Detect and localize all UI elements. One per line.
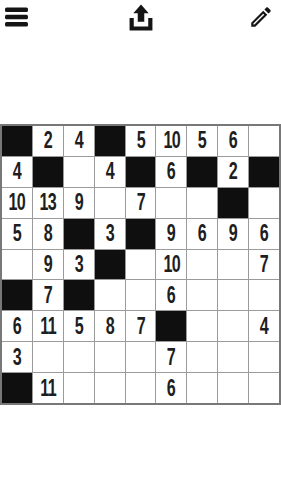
cell-r4c8[interactable]: 9 bbox=[218, 219, 248, 249]
clue-number: 10 bbox=[9, 191, 26, 214]
clue-number: 6 bbox=[167, 160, 175, 183]
share-upload-icon bbox=[127, 4, 155, 32]
clue-number: 6 bbox=[167, 377, 175, 400]
cell-r4c3[interactable] bbox=[64, 219, 94, 249]
kuromasu-board: 2451056446210139758396969310776611587437… bbox=[0, 124, 281, 405]
cell-r1c5[interactable]: 5 bbox=[126, 126, 156, 156]
cell-r8c9[interactable] bbox=[249, 342, 279, 372]
clue-number: 3 bbox=[105, 222, 113, 245]
clue-number: 7 bbox=[260, 253, 268, 276]
clue-number: 3 bbox=[13, 346, 21, 369]
clue-number: 7 bbox=[44, 284, 52, 307]
cell-r3c5[interactable]: 7 bbox=[126, 188, 156, 218]
cell-r6c7[interactable] bbox=[187, 280, 217, 310]
clue-number: 11 bbox=[40, 315, 56, 338]
cell-r7c5[interactable]: 7 bbox=[126, 311, 156, 341]
clue-number: 3 bbox=[75, 253, 83, 276]
cell-r9c9[interactable] bbox=[249, 373, 279, 403]
cell-r2c6[interactable]: 6 bbox=[156, 157, 186, 187]
cell-r3c2[interactable]: 13 bbox=[33, 188, 63, 218]
cell-r6c1[interactable] bbox=[2, 280, 32, 310]
cell-r4c1[interactable]: 5 bbox=[2, 219, 32, 249]
cell-r1c1[interactable] bbox=[2, 126, 32, 156]
cell-r5c9[interactable]: 7 bbox=[249, 250, 279, 280]
cell-r6c2[interactable]: 7 bbox=[33, 280, 63, 310]
cell-r7c8[interactable] bbox=[218, 311, 248, 341]
clue-number: 10 bbox=[163, 129, 180, 152]
cell-r8c2[interactable] bbox=[33, 342, 63, 372]
cell-r6c4[interactable] bbox=[95, 280, 125, 310]
cell-r2c2[interactable] bbox=[33, 157, 63, 187]
clue-number: 9 bbox=[167, 222, 175, 245]
clue-number: 5 bbox=[136, 129, 144, 152]
cell-r9c5[interactable] bbox=[126, 373, 156, 403]
cell-r2c9[interactable] bbox=[249, 157, 279, 187]
clue-number: 6 bbox=[260, 222, 268, 245]
clue-number: 5 bbox=[198, 129, 206, 152]
clue-number: 4 bbox=[105, 160, 113, 183]
pencil-icon bbox=[248, 3, 274, 31]
share-button[interactable] bbox=[127, 4, 155, 32]
clue-number: 4 bbox=[13, 160, 21, 183]
cell-r1c6[interactable]: 10 bbox=[156, 126, 186, 156]
cell-r7c7[interactable] bbox=[187, 311, 217, 341]
cell-r1c2[interactable]: 2 bbox=[33, 126, 63, 156]
cell-r8c4[interactable] bbox=[95, 342, 125, 372]
cell-r1c7[interactable]: 5 bbox=[187, 126, 217, 156]
cell-r5c3[interactable]: 3 bbox=[64, 250, 94, 280]
clue-number: 10 bbox=[163, 253, 180, 276]
cell-r3c4[interactable] bbox=[95, 188, 125, 218]
cell-r5c5[interactable] bbox=[126, 250, 156, 280]
cell-r8c3[interactable] bbox=[64, 342, 94, 372]
clue-number: 13 bbox=[40, 191, 57, 214]
cell-r6c8[interactable] bbox=[218, 280, 248, 310]
top-toolbar bbox=[0, 0, 281, 36]
cell-r8c5[interactable] bbox=[126, 342, 156, 372]
cell-r3c8[interactable] bbox=[218, 188, 248, 218]
clue-number: 7 bbox=[167, 346, 175, 369]
cell-r9c4[interactable] bbox=[95, 373, 125, 403]
cell-r9c3[interactable] bbox=[64, 373, 94, 403]
cell-r2c3[interactable] bbox=[64, 157, 94, 187]
cell-r2c1[interactable]: 4 bbox=[2, 157, 32, 187]
cell-r2c8[interactable]: 2 bbox=[218, 157, 248, 187]
cell-r9c6[interactable]: 6 bbox=[156, 373, 186, 403]
clue-number: 9 bbox=[229, 222, 237, 245]
cell-r8c1[interactable]: 3 bbox=[2, 342, 32, 372]
cell-r4c7[interactable]: 6 bbox=[187, 219, 217, 249]
clue-number: 7 bbox=[136, 191, 144, 214]
cell-r8c8[interactable] bbox=[218, 342, 248, 372]
cell-r4c5[interactable] bbox=[126, 219, 156, 249]
cell-r3c9[interactable] bbox=[249, 188, 279, 218]
clue-number: 6 bbox=[229, 129, 237, 152]
cell-r5c1[interactable] bbox=[2, 250, 32, 280]
clue-number: 5 bbox=[13, 222, 21, 245]
cell-r1c4[interactable] bbox=[95, 126, 125, 156]
cell-r6c5[interactable] bbox=[126, 280, 156, 310]
clue-number: 2 bbox=[229, 160, 237, 183]
cell-r2c4[interactable]: 4 bbox=[95, 157, 125, 187]
clue-number: 4 bbox=[260, 315, 268, 338]
clue-number: 7 bbox=[136, 315, 144, 338]
cell-r3c1[interactable]: 10 bbox=[2, 188, 32, 218]
cell-r1c9[interactable] bbox=[249, 126, 279, 156]
cell-r9c7[interactable] bbox=[187, 373, 217, 403]
cell-r7c9[interactable]: 4 bbox=[249, 311, 279, 341]
cell-r3c7[interactable] bbox=[187, 188, 217, 218]
cell-r1c8[interactable]: 6 bbox=[218, 126, 248, 156]
cell-r7c2[interactable]: 11 bbox=[33, 311, 63, 341]
clue-number: 2 bbox=[44, 129, 52, 152]
cell-r5c6[interactable]: 10 bbox=[156, 250, 186, 280]
cell-r4c2[interactable]: 8 bbox=[33, 219, 63, 249]
cell-r3c3[interactable]: 9 bbox=[64, 188, 94, 218]
cell-r4c9[interactable]: 6 bbox=[249, 219, 279, 249]
cell-r1c3[interactable]: 4 bbox=[64, 126, 94, 156]
clue-number: 6 bbox=[13, 315, 21, 338]
cell-r6c6[interactable]: 6 bbox=[156, 280, 186, 310]
clue-number: 9 bbox=[44, 253, 52, 276]
cell-r9c2[interactable]: 11 bbox=[33, 373, 63, 403]
menu-button[interactable] bbox=[5, 6, 28, 28]
clue-number: 8 bbox=[44, 222, 52, 245]
clue-number: 8 bbox=[105, 315, 113, 338]
clue-number: 5 bbox=[75, 315, 83, 338]
cell-r4c4[interactable]: 3 bbox=[95, 219, 125, 249]
cell-r5c8[interactable] bbox=[218, 250, 248, 280]
cell-r5c7[interactable] bbox=[187, 250, 217, 280]
cell-r5c2[interactable]: 9 bbox=[33, 250, 63, 280]
clue-number: 6 bbox=[198, 222, 206, 245]
cell-r7c3[interactable]: 5 bbox=[64, 311, 94, 341]
cell-r3c6[interactable] bbox=[156, 188, 186, 218]
edit-button[interactable] bbox=[248, 3, 274, 31]
hamburger-icon bbox=[5, 6, 28, 28]
clue-number: 6 bbox=[167, 284, 175, 307]
cell-r9c8[interactable] bbox=[218, 373, 248, 403]
cell-r8c6[interactable]: 7 bbox=[156, 342, 186, 372]
clue-number: 9 bbox=[75, 191, 83, 214]
cell-r7c6[interactable] bbox=[156, 311, 186, 341]
cell-r7c1[interactable]: 6 bbox=[2, 311, 32, 341]
cell-r6c9[interactable] bbox=[249, 280, 279, 310]
clue-number: 4 bbox=[75, 129, 83, 152]
cell-r4c6[interactable]: 9 bbox=[156, 219, 186, 249]
cell-r2c5[interactable] bbox=[126, 157, 156, 187]
cell-r2c7[interactable] bbox=[187, 157, 217, 187]
cell-r5c4[interactable] bbox=[95, 250, 125, 280]
cell-r7c4[interactable]: 8 bbox=[95, 311, 125, 341]
cell-r9c1[interactable] bbox=[2, 373, 32, 403]
cell-r8c7[interactable] bbox=[187, 342, 217, 372]
cell-r6c3[interactable] bbox=[64, 280, 94, 310]
clue-number: 11 bbox=[40, 377, 56, 400]
